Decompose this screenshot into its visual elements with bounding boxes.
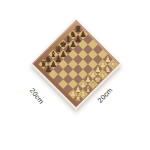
dimension-label-left: 20cm (29, 87, 46, 105)
chess-board: ♜♞♝♛♚♝♞♜♟♟♟♟♟♟♟♟♟♟♟♟♟♟♟♟♜♞♝♛♚♝♞♜ (44, 33, 108, 97)
product-photo: ♜♞♝♛♚♝♞♜♟♟♟♟♟♟♟♟♟♟♟♟♟♟♟♟♜♞♝♛♚♝♞♜ 20cm 20… (0, 0, 150, 150)
